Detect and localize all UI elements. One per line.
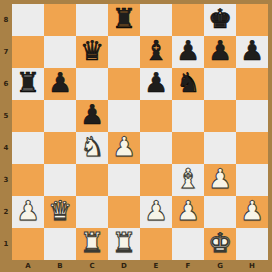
piece-white-rook-d1[interactable]: ♜	[112, 228, 136, 259]
square-h4[interactable]	[236, 132, 268, 164]
square-h3[interactable]	[236, 164, 268, 196]
square-f1[interactable]	[172, 228, 204, 260]
rank-label-1: 1	[0, 228, 12, 260]
square-g3[interactable]: ♟	[204, 164, 236, 196]
square-a8[interactable]	[12, 4, 44, 36]
rank-label-7: 7	[0, 36, 12, 68]
file-label-f: F	[172, 260, 204, 272]
piece-white-pawn-g3[interactable]: ♟	[208, 164, 232, 195]
square-b1[interactable]	[44, 228, 76, 260]
rank-label-2: 2	[0, 196, 12, 228]
piece-black-rook-d8[interactable]: ♜	[112, 4, 136, 35]
file-labels: ABCDEFGH	[12, 260, 268, 272]
file-label-d: D	[108, 260, 140, 272]
piece-white-pawn-f2[interactable]: ♟	[176, 196, 200, 227]
chess-board[interactable]: ♜♚♛♝♟♟♟♜♟♟♞♟♞♟♝♟♟♛♟♟♟♜♜♚	[12, 4, 268, 260]
square-f4[interactable]	[172, 132, 204, 164]
file-label-a: A	[12, 260, 44, 272]
file-label-e: E	[140, 260, 172, 272]
square-b3[interactable]	[44, 164, 76, 196]
file-label-b: B	[44, 260, 76, 272]
square-h2[interactable]: ♟	[236, 196, 268, 228]
square-e3[interactable]	[140, 164, 172, 196]
square-b8[interactable]	[44, 4, 76, 36]
square-b2[interactable]: ♛	[44, 196, 76, 228]
square-c2[interactable]	[76, 196, 108, 228]
square-c1[interactable]: ♜	[76, 228, 108, 260]
square-c6[interactable]	[76, 68, 108, 100]
square-a1[interactable]	[12, 228, 44, 260]
rank-labels: 87654321	[0, 4, 12, 260]
square-c4[interactable]: ♞	[76, 132, 108, 164]
piece-black-pawn-b6[interactable]: ♟	[48, 68, 72, 99]
piece-white-rook-c1[interactable]: ♜	[80, 228, 104, 259]
piece-white-pawn-a2[interactable]: ♟	[16, 196, 40, 227]
piece-white-pawn-d4[interactable]: ♟	[112, 132, 136, 163]
square-h6[interactable]	[236, 68, 268, 100]
piece-black-rook-a6[interactable]: ♜	[16, 68, 40, 99]
square-h7[interactable]: ♟	[236, 36, 268, 68]
piece-black-pawn-g7[interactable]: ♟	[208, 36, 232, 67]
square-f8[interactable]	[172, 4, 204, 36]
square-e8[interactable]	[140, 4, 172, 36]
square-f3[interactable]: ♝	[172, 164, 204, 196]
square-e4[interactable]	[140, 132, 172, 164]
square-a5[interactable]	[12, 100, 44, 132]
square-a3[interactable]	[12, 164, 44, 196]
rank-label-8: 8	[0, 4, 12, 36]
rank-label-6: 6	[0, 68, 12, 100]
square-f5[interactable]	[172, 100, 204, 132]
piece-white-knight-c4[interactable]: ♞	[80, 132, 104, 163]
square-d1[interactable]: ♜	[108, 228, 140, 260]
square-c8[interactable]	[76, 4, 108, 36]
square-h5[interactable]	[236, 100, 268, 132]
rank-label-5: 5	[0, 100, 12, 132]
rank-label-3: 3	[0, 164, 12, 196]
piece-white-pawn-e2[interactable]: ♟	[144, 196, 168, 227]
square-f6[interactable]: ♞	[172, 68, 204, 100]
square-c5[interactable]: ♟	[76, 100, 108, 132]
square-d3[interactable]	[108, 164, 140, 196]
square-f2[interactable]: ♟	[172, 196, 204, 228]
piece-black-pawn-h7[interactable]: ♟	[240, 36, 264, 67]
square-b6[interactable]: ♟	[44, 68, 76, 100]
square-g2[interactable]	[204, 196, 236, 228]
square-a2[interactable]: ♟	[12, 196, 44, 228]
square-h8[interactable]	[236, 4, 268, 36]
square-d8[interactable]: ♜	[108, 4, 140, 36]
square-e6[interactable]: ♟	[140, 68, 172, 100]
square-e5[interactable]	[140, 100, 172, 132]
piece-white-queen-b2[interactable]: ♛	[48, 196, 72, 227]
square-g1[interactable]: ♚	[204, 228, 236, 260]
square-c7[interactable]: ♛	[76, 36, 108, 68]
square-a4[interactable]	[12, 132, 44, 164]
piece-black-bishop-e7[interactable]: ♝	[144, 36, 168, 67]
piece-white-king-g1[interactable]: ♚	[208, 228, 232, 259]
square-e2[interactable]: ♟	[140, 196, 172, 228]
square-b4[interactable]	[44, 132, 76, 164]
square-a6[interactable]: ♜	[12, 68, 44, 100]
piece-black-pawn-c5[interactable]: ♟	[80, 100, 104, 131]
square-g7[interactable]: ♟	[204, 36, 236, 68]
square-e7[interactable]: ♝	[140, 36, 172, 68]
piece-black-king-g8[interactable]: ♚	[208, 4, 232, 35]
piece-black-pawn-f7[interactable]: ♟	[176, 36, 200, 67]
rank-label-4: 4	[0, 132, 12, 164]
piece-white-pawn-h2[interactable]: ♟	[240, 196, 264, 227]
piece-white-bishop-f3[interactable]: ♝	[176, 164, 200, 195]
square-b5[interactable]	[44, 100, 76, 132]
square-b7[interactable]	[44, 36, 76, 68]
square-c3[interactable]	[76, 164, 108, 196]
piece-black-pawn-e6[interactable]: ♟	[144, 68, 168, 99]
file-label-g: G	[204, 260, 236, 272]
piece-black-queen-c7[interactable]: ♛	[80, 36, 104, 67]
square-d7[interactable]	[108, 36, 140, 68]
square-d5[interactable]	[108, 100, 140, 132]
square-d2[interactable]	[108, 196, 140, 228]
square-d4[interactable]: ♟	[108, 132, 140, 164]
square-g8[interactable]: ♚	[204, 4, 236, 36]
square-e1[interactable]	[140, 228, 172, 260]
file-label-h: H	[236, 260, 268, 272]
square-f7[interactable]: ♟	[172, 36, 204, 68]
file-label-c: C	[76, 260, 108, 272]
square-a7[interactable]	[12, 36, 44, 68]
square-g4[interactable]	[204, 132, 236, 164]
square-d6[interactable]	[108, 68, 140, 100]
chess-board-widget: 87654321 ♜♚♛♝♟♟♟♜♟♟♞♟♞♟♝♟♟♛♟♟♟♜♜♚ ABCDEF…	[0, 0, 272, 272]
piece-black-knight-f6[interactable]: ♞	[176, 68, 200, 99]
square-h1[interactable]	[236, 228, 268, 260]
square-g6[interactable]	[204, 68, 236, 100]
square-g5[interactable]	[204, 100, 236, 132]
